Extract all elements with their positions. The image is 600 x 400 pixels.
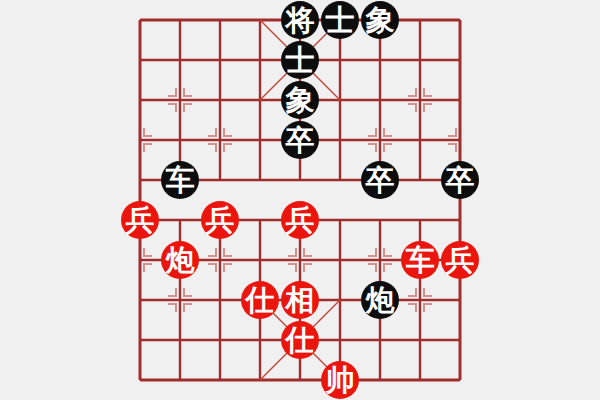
pieces-layer: 将士象士象卒车卒卒兵兵兵炮车兵仕相炮仕帅 <box>0 0 600 400</box>
piece-red-pawn[interactable]: 兵 <box>441 241 479 279</box>
piece-red-advisor[interactable]: 仕 <box>241 281 279 319</box>
piece-black-elephant[interactable]: 象 <box>281 81 319 119</box>
piece-black-pawn[interactable]: 卒 <box>361 161 399 199</box>
piece-black-chariot[interactable]: 车 <box>161 161 199 199</box>
piece-black-pawn[interactable]: 卒 <box>281 121 319 159</box>
piece-black-elephant[interactable]: 象 <box>361 1 399 39</box>
piece-red-pawn[interactable]: 兵 <box>281 201 319 239</box>
piece-red-pawn[interactable]: 兵 <box>201 201 239 239</box>
piece-red-pawn[interactable]: 兵 <box>121 201 159 239</box>
xiangqi-board: 将士象士象卒车卒卒兵兵兵炮车兵仕相炮仕帅 <box>0 0 600 400</box>
piece-black-pawn[interactable]: 卒 <box>441 161 479 199</box>
piece-black-advisor[interactable]: 士 <box>321 1 359 39</box>
piece-black-cannon[interactable]: 炮 <box>361 281 399 319</box>
piece-red-chariot[interactable]: 车 <box>401 241 439 279</box>
piece-black-advisor[interactable]: 士 <box>281 41 319 79</box>
piece-black-general[interactable]: 将 <box>281 1 319 39</box>
piece-red-general[interactable]: 帅 <box>321 361 359 399</box>
piece-red-elephant[interactable]: 相 <box>281 281 319 319</box>
piece-red-cannon[interactable]: 炮 <box>161 241 199 279</box>
piece-red-advisor[interactable]: 仕 <box>281 321 319 359</box>
